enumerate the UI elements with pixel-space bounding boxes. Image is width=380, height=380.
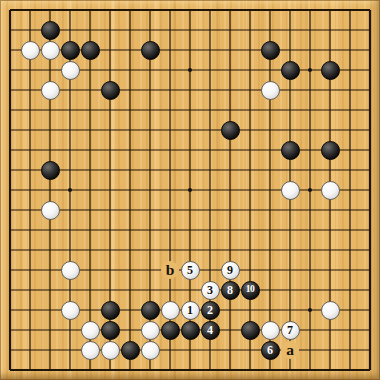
- move-number: 3: [207, 284, 213, 296]
- board-point-R12: [320, 140, 340, 160]
- go-board[interactable]: 12345678910ab: [0, 0, 380, 380]
- board-point-L3: 4: [200, 320, 220, 340]
- black-stone: [281, 61, 300, 80]
- move-number: 6: [267, 344, 273, 356]
- black-stone: [81, 41, 100, 60]
- board-point-M5: 8: [220, 280, 240, 300]
- board-point-D16: [60, 60, 80, 80]
- black-stone: [121, 341, 140, 360]
- board-point-K4: 1: [180, 300, 200, 320]
- board-point-L4: 2: [200, 300, 220, 320]
- go-diagram: 12345678910ab: [0, 0, 380, 380]
- black-stone: [61, 41, 80, 60]
- black-stone: [41, 161, 60, 180]
- board-point-C18: [40, 20, 60, 40]
- board-point-N3: [240, 320, 260, 340]
- board-point-P12: [280, 140, 300, 160]
- point-label-b: b: [161, 261, 179, 279]
- black-stone: [181, 321, 200, 340]
- black-stone-move-8: 8: [221, 281, 240, 300]
- board-point-O3: [260, 320, 280, 340]
- white-stone: [61, 61, 80, 80]
- board-point-N5: 10: [240, 280, 260, 300]
- black-stone: [141, 41, 160, 60]
- board-point-L5: 3: [200, 280, 220, 300]
- board-point-E2: [80, 340, 100, 360]
- black-stone: [321, 141, 340, 160]
- board-point-F15: [100, 80, 120, 100]
- board-point-O2: 6: [260, 340, 280, 360]
- black-stone: [101, 321, 120, 340]
- move-number: 7: [287, 324, 293, 336]
- board-point-E17: [80, 40, 100, 60]
- white-stone-move-1: 1: [181, 301, 200, 320]
- move-number: 10: [246, 285, 255, 295]
- board-point-M13: [220, 120, 240, 140]
- board-point-C17: [40, 40, 60, 60]
- white-stone-move-7: 7: [281, 321, 300, 340]
- board-point-J3: [160, 320, 180, 340]
- board-point-G2: [120, 340, 140, 360]
- board-point-K6: 5: [180, 260, 200, 280]
- board-point-P10: [280, 180, 300, 200]
- move-number: 2: [207, 304, 213, 316]
- board-point-C11: [40, 160, 60, 180]
- board-point-D17: [60, 40, 80, 60]
- white-stone: [261, 321, 280, 340]
- white-stone: [21, 41, 40, 60]
- white-stone: [321, 181, 340, 200]
- white-stone: [81, 341, 100, 360]
- white-stone: [141, 341, 160, 360]
- black-stone-move-6: 6: [261, 341, 280, 360]
- board-point-P3: 7: [280, 320, 300, 340]
- white-stone: [41, 201, 60, 220]
- board-point-M6: 9: [220, 260, 240, 280]
- board-point-O15: [260, 80, 280, 100]
- white-stone: [101, 341, 120, 360]
- board-point-F3: [100, 320, 120, 340]
- board-point-C15: [40, 80, 60, 100]
- black-stone: [241, 321, 260, 340]
- board-point-J6: b: [160, 260, 180, 280]
- black-stone: [161, 321, 180, 340]
- black-stone: [141, 301, 160, 320]
- board-point-D6: [60, 260, 80, 280]
- board-point-F4: [100, 300, 120, 320]
- board-grid: 12345678910ab: [0, 0, 380, 380]
- board-point-F2: [100, 340, 120, 360]
- move-number: 5: [187, 264, 193, 276]
- white-stone: [161, 301, 180, 320]
- white-stone: [41, 81, 60, 100]
- white-stone-move-5: 5: [181, 261, 200, 280]
- black-stone: [261, 41, 280, 60]
- board-point-P16: [280, 60, 300, 80]
- board-point-B17: [20, 40, 40, 60]
- board-point-O17: [260, 40, 280, 60]
- white-stone: [141, 321, 160, 340]
- board-point-D4: [60, 300, 80, 320]
- white-stone-move-3: 3: [201, 281, 220, 300]
- black-stone-move-2: 2: [201, 301, 220, 320]
- board-point-H17: [140, 40, 160, 60]
- move-number: 1: [187, 304, 193, 316]
- white-stone: [321, 301, 340, 320]
- white-stone: [81, 321, 100, 340]
- move-number: 9: [227, 264, 233, 276]
- board-point-R16: [320, 60, 340, 80]
- black-stone: [41, 21, 60, 40]
- white-stone: [61, 301, 80, 320]
- black-stone: [221, 121, 240, 140]
- move-number: 8: [227, 284, 233, 296]
- black-stone: [281, 141, 300, 160]
- white-stone: [281, 181, 300, 200]
- black-stone-move-10: 10: [241, 281, 260, 300]
- board-point-H4: [140, 300, 160, 320]
- move-number: 4: [207, 324, 213, 336]
- board-point-H3: [140, 320, 160, 340]
- board-point-P2: a: [280, 340, 300, 360]
- board-point-C9: [40, 200, 60, 220]
- white-stone: [261, 81, 280, 100]
- board-point-R10: [320, 180, 340, 200]
- black-stone: [101, 81, 120, 100]
- white-stone: [61, 261, 80, 280]
- board-point-H2: [140, 340, 160, 360]
- black-stone: [321, 61, 340, 80]
- black-stone-move-4: 4: [201, 321, 220, 340]
- white-stone-move-9: 9: [221, 261, 240, 280]
- board-point-E3: [80, 320, 100, 340]
- board-point-K3: [180, 320, 200, 340]
- white-stone: [41, 41, 60, 60]
- black-stone: [101, 301, 120, 320]
- point-label-a: a: [281, 341, 299, 359]
- board-point-J4: [160, 300, 180, 320]
- board-point-R4: [320, 300, 340, 320]
